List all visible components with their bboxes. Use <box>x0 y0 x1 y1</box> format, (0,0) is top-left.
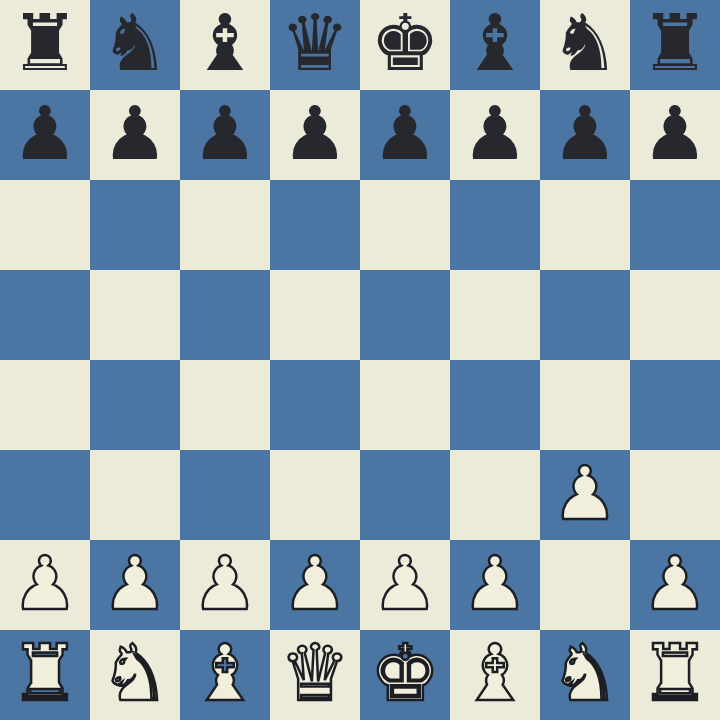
square-e5[interactable] <box>360 270 450 360</box>
piece-white-knight[interactable]: ♞ <box>100 634 170 712</box>
square-f7[interactable]: ♟ <box>450 90 540 180</box>
piece-black-rook[interactable]: ♜ <box>10 4 80 82</box>
piece-white-queen[interactable]: ♛ <box>280 634 350 712</box>
square-h5[interactable] <box>630 270 720 360</box>
square-b6[interactable] <box>90 180 180 270</box>
piece-black-bishop[interactable]: ♝ <box>190 4 260 82</box>
square-b1[interactable]: ♞ <box>90 630 180 720</box>
square-d1[interactable]: ♛ <box>270 630 360 720</box>
square-g3[interactable]: ♟ <box>540 450 630 540</box>
piece-black-pawn[interactable]: ♟ <box>192 96 258 170</box>
square-d3[interactable] <box>270 450 360 540</box>
square-f5[interactable] <box>450 270 540 360</box>
square-e7[interactable]: ♟ <box>360 90 450 180</box>
square-b5[interactable] <box>90 270 180 360</box>
square-h6[interactable] <box>630 180 720 270</box>
square-c5[interactable] <box>180 270 270 360</box>
piece-black-pawn[interactable]: ♟ <box>552 96 618 170</box>
square-b8[interactable]: ♞ <box>90 0 180 90</box>
square-g5[interactable] <box>540 270 630 360</box>
piece-black-pawn[interactable]: ♟ <box>462 96 528 170</box>
square-e4[interactable] <box>360 360 450 450</box>
piece-black-knight[interactable]: ♞ <box>550 4 620 82</box>
square-a7[interactable]: ♟ <box>0 90 90 180</box>
square-h4[interactable] <box>630 360 720 450</box>
piece-black-bishop[interactable]: ♝ <box>460 4 530 82</box>
piece-white-knight[interactable]: ♞ <box>550 634 620 712</box>
square-d5[interactable] <box>270 270 360 360</box>
square-b3[interactable] <box>90 450 180 540</box>
square-d6[interactable] <box>270 180 360 270</box>
square-b7[interactable]: ♟ <box>90 90 180 180</box>
square-g6[interactable] <box>540 180 630 270</box>
square-d7[interactable]: ♟ <box>270 90 360 180</box>
square-a4[interactable] <box>0 360 90 450</box>
chess-board: ♜♞♝♛♚♝♞♜♟♟♟♟♟♟♟♟♟♟♟♟♟♟♟♟♜♞♝♛♚♝♞♜ <box>0 0 720 720</box>
square-g2[interactable] <box>540 540 630 630</box>
square-h7[interactable]: ♟ <box>630 90 720 180</box>
piece-white-rook[interactable]: ♜ <box>10 634 80 712</box>
square-f2[interactable]: ♟ <box>450 540 540 630</box>
square-g4[interactable] <box>540 360 630 450</box>
square-a5[interactable] <box>0 270 90 360</box>
piece-white-bishop[interactable]: ♝ <box>460 634 530 712</box>
piece-white-pawn[interactable]: ♟ <box>552 456 618 530</box>
square-f3[interactable] <box>450 450 540 540</box>
piece-black-pawn[interactable]: ♟ <box>12 96 78 170</box>
piece-black-pawn[interactable]: ♟ <box>102 96 168 170</box>
square-c7[interactable]: ♟ <box>180 90 270 180</box>
piece-black-rook[interactable]: ♜ <box>640 4 710 82</box>
square-h3[interactable] <box>630 450 720 540</box>
square-h2[interactable]: ♟ <box>630 540 720 630</box>
square-f4[interactable] <box>450 360 540 450</box>
square-e2[interactable]: ♟ <box>360 540 450 630</box>
piece-white-rook[interactable]: ♜ <box>640 634 710 712</box>
piece-black-knight[interactable]: ♞ <box>100 4 170 82</box>
square-a2[interactable]: ♟ <box>0 540 90 630</box>
square-c6[interactable] <box>180 180 270 270</box>
piece-white-king[interactable]: ♚ <box>370 634 440 712</box>
square-a8[interactable]: ♜ <box>0 0 90 90</box>
piece-black-pawn[interactable]: ♟ <box>282 96 348 170</box>
piece-black-king[interactable]: ♚ <box>370 4 440 82</box>
square-c1[interactable]: ♝ <box>180 630 270 720</box>
piece-white-pawn[interactable]: ♟ <box>12 546 78 620</box>
piece-white-pawn[interactable]: ♟ <box>282 546 348 620</box>
square-f1[interactable]: ♝ <box>450 630 540 720</box>
square-d2[interactable]: ♟ <box>270 540 360 630</box>
square-d4[interactable] <box>270 360 360 450</box>
square-g8[interactable]: ♞ <box>540 0 630 90</box>
square-c2[interactable]: ♟ <box>180 540 270 630</box>
piece-white-pawn[interactable]: ♟ <box>192 546 258 620</box>
square-h8[interactable]: ♜ <box>630 0 720 90</box>
square-a1[interactable]: ♜ <box>0 630 90 720</box>
piece-white-bishop[interactable]: ♝ <box>190 634 260 712</box>
piece-white-pawn[interactable]: ♟ <box>462 546 528 620</box>
square-d8[interactable]: ♛ <box>270 0 360 90</box>
piece-black-queen[interactable]: ♛ <box>280 4 350 82</box>
square-b2[interactable]: ♟ <box>90 540 180 630</box>
square-a6[interactable] <box>0 180 90 270</box>
square-b4[interactable] <box>90 360 180 450</box>
piece-white-pawn[interactable]: ♟ <box>102 546 168 620</box>
square-c4[interactable] <box>180 360 270 450</box>
piece-white-pawn[interactable]: ♟ <box>642 546 708 620</box>
square-e6[interactable] <box>360 180 450 270</box>
square-f6[interactable] <box>450 180 540 270</box>
square-g7[interactable]: ♟ <box>540 90 630 180</box>
square-a3[interactable] <box>0 450 90 540</box>
square-e3[interactable] <box>360 450 450 540</box>
square-c8[interactable]: ♝ <box>180 0 270 90</box>
piece-black-pawn[interactable]: ♟ <box>642 96 708 170</box>
piece-white-pawn[interactable]: ♟ <box>372 546 438 620</box>
square-e8[interactable]: ♚ <box>360 0 450 90</box>
square-g1[interactable]: ♞ <box>540 630 630 720</box>
square-h1[interactable]: ♜ <box>630 630 720 720</box>
square-e1[interactable]: ♚ <box>360 630 450 720</box>
square-f8[interactable]: ♝ <box>450 0 540 90</box>
square-c3[interactable] <box>180 450 270 540</box>
piece-black-pawn[interactable]: ♟ <box>372 96 438 170</box>
